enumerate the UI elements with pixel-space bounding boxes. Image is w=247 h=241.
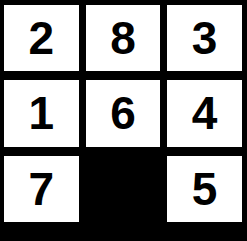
puzzle-board: 2 8 3 1 6 4 7 5: [0, 0, 247, 241]
tile-7[interactable]: 7: [4, 156, 79, 222]
blank-space: [86, 156, 161, 222]
tile-2[interactable]: 2: [4, 5, 79, 71]
tile-8[interactable]: 8: [86, 5, 161, 71]
tile-1[interactable]: 1: [4, 80, 79, 146]
tile-3[interactable]: 3: [167, 5, 242, 71]
tile-5[interactable]: 5: [167, 156, 242, 222]
tile-6[interactable]: 6: [86, 80, 161, 146]
tile-4[interactable]: 4: [167, 80, 242, 146]
